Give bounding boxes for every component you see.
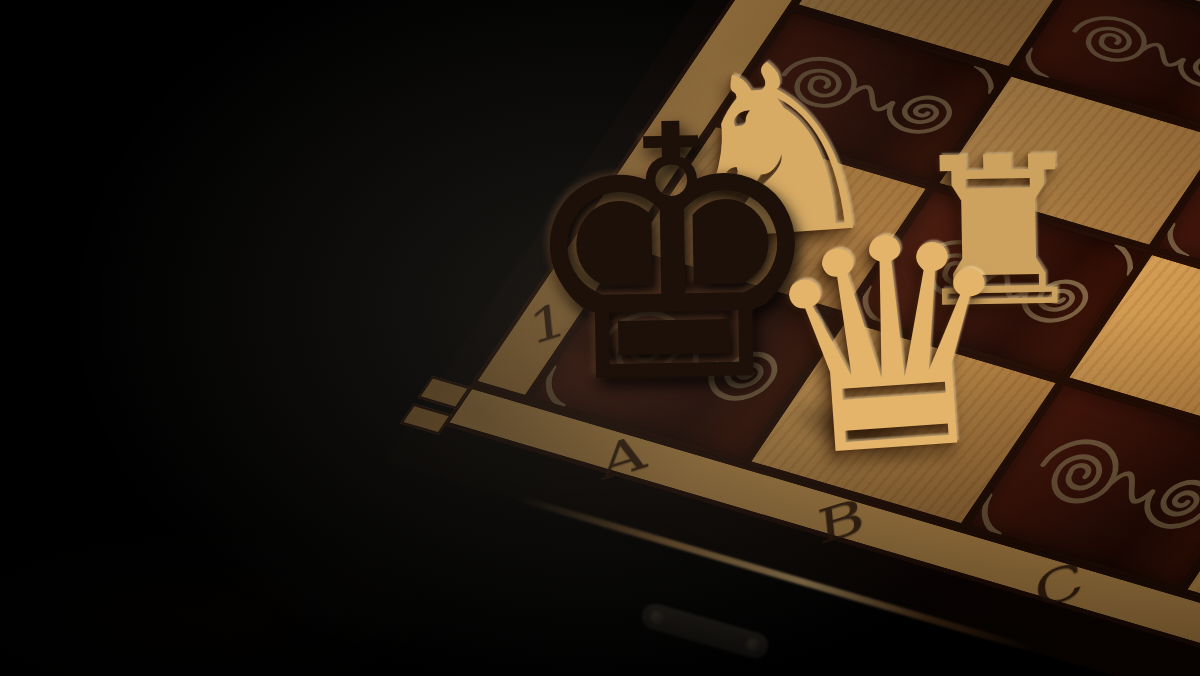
floor-reflection: [0, 510, 520, 676]
photo-stage: 1 ABCDEFGH ♚♛♞♜: [0, 0, 1200, 676]
box-clasp-icon: [639, 601, 771, 662]
white-queen-piece: ♛: [751, 193, 1031, 500]
